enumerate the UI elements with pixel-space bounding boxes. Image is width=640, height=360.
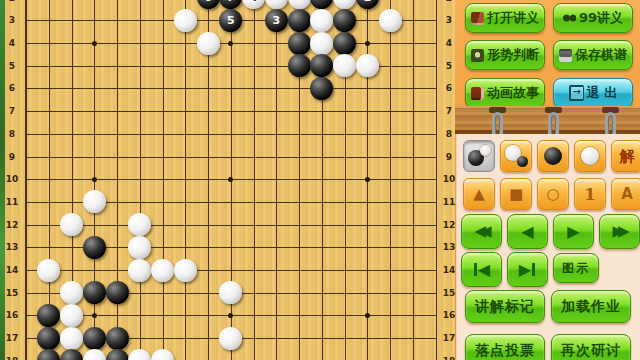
to-end-bar — [532, 263, 535, 276]
white-stone[interactable] — [288, 0, 311, 9]
black-stone-move-3[interactable]: 3 — [265, 9, 288, 32]
button-99讲义[interactable]: 99讲义 — [553, 3, 633, 33]
row-label: 6 — [4, 83, 20, 93]
grid-vline — [163, 0, 164, 360]
black-stone[interactable] — [288, 54, 311, 77]
row-label: 4 — [441, 38, 455, 48]
row-label: 13 — [441, 242, 455, 252]
row-label: 17 — [441, 333, 455, 343]
tool-alternate-black-first[interactable] — [463, 140, 495, 172]
white-stone[interactable] — [310, 9, 333, 32]
black-stone-move-1[interactable]: 1 — [356, 0, 379, 9]
fast-forward-icon: ▶▶ — [615, 224, 623, 239]
marker-triangle[interactable]: ▲ — [463, 178, 495, 210]
star-point — [228, 41, 233, 46]
grid-vline — [117, 0, 118, 360]
to-end-icon: ▶ — [519, 262, 531, 278]
grid-vline — [185, 0, 186, 360]
star-point — [365, 41, 370, 46]
row-label: 10 — [4, 174, 20, 184]
row-label: 12 — [4, 220, 20, 230]
white-stone[interactable] — [333, 0, 356, 9]
control-panel: 打开讲义99讲义形势判断保存棋谱动画故事→退 出 解▲■○1A◀◀◀▶▶▶◀▶图… — [455, 0, 640, 360]
row-label: 6 — [441, 83, 455, 93]
grid-vline — [254, 0, 255, 360]
grid-vline — [413, 0, 414, 360]
grid-vline — [436, 0, 437, 360]
tool-black-stone[interactable] — [537, 140, 569, 172]
tool-answer[interactable]: 解 — [611, 140, 640, 172]
row-label: 16 — [441, 310, 455, 320]
white-stone[interactable] — [174, 9, 197, 32]
row-label: 12 — [441, 220, 455, 230]
white-stone[interactable] — [83, 349, 106, 360]
tool-alternate-white-first[interactable] — [500, 140, 532, 172]
go-board[interactable]: 23456789101112131415161718 2345678910111… — [0, 0, 455, 360]
star-point — [92, 313, 97, 318]
marker-glyph: ▲ — [473, 185, 485, 203]
marker-circle[interactable]: ○ — [537, 178, 569, 210]
white-stone[interactable] — [60, 281, 83, 304]
row-label: 14 — [441, 265, 455, 275]
black-stone[interactable] — [60, 349, 83, 360]
row-label: 7 — [441, 106, 455, 116]
open-notes-icon — [471, 12, 484, 25]
show-diagram-button[interactable]: 图示 — [553, 253, 599, 283]
white-stone[interactable] — [174, 259, 197, 282]
row-label: 13 — [4, 242, 20, 252]
black-stone[interactable] — [310, 77, 333, 100]
button-动画故事[interactable]: 动画故事 — [465, 78, 545, 108]
black-stone[interactable] — [106, 327, 129, 350]
white-stone[interactable] — [60, 304, 83, 327]
grid-vline — [390, 0, 391, 360]
action-label: 再次研讨 — [561, 342, 621, 360]
row-label: 5 — [4, 61, 20, 71]
button-再次研讨[interactable]: 再次研讨 — [551, 334, 631, 360]
to-start-icon: ◀ — [478, 262, 490, 278]
white-stone-icon — [480, 145, 491, 156]
row-label: 3 — [4, 15, 20, 25]
row-label: 8 — [441, 129, 455, 139]
marker-glyph: A — [621, 185, 633, 203]
grid-vline — [140, 0, 141, 360]
button-保存棋谱[interactable]: 保存棋谱 — [553, 40, 633, 70]
action-label: 加载作业 — [561, 298, 621, 316]
row-label: 11 — [4, 197, 20, 207]
go-teaching-app: 23456789101112131415161718 2345678910111… — [0, 0, 640, 360]
white-stone[interactable] — [219, 327, 242, 350]
row-label: 2 — [4, 0, 20, 3]
white-stone[interactable] — [310, 32, 333, 55]
black-stone[interactable] — [333, 32, 356, 55]
black-stone[interactable] — [37, 304, 60, 327]
row-label: 8 — [4, 129, 20, 139]
row-label: 18 — [4, 356, 20, 360]
white-stone-move-4[interactable]: 4 — [242, 0, 265, 9]
white-stone[interactable] — [128, 349, 151, 360]
black-stone-move-5[interactable]: 5 — [219, 9, 242, 32]
white-stone[interactable] — [60, 327, 83, 350]
white-stone[interactable] — [265, 0, 288, 9]
marker-glyph: ■ — [509, 185, 523, 203]
button-label: 形势判断 — [487, 46, 539, 64]
white-stone[interactable] — [60, 213, 83, 236]
button-打开讲义[interactable]: 打开讲义 — [465, 3, 545, 33]
black-stone[interactable] — [83, 327, 106, 350]
fast-rewind-button[interactable]: ◀◀ — [461, 214, 502, 249]
white-stone[interactable] — [333, 54, 356, 77]
row-label: 15 — [441, 288, 455, 298]
black-stone[interactable] — [106, 349, 129, 360]
star-point — [228, 177, 233, 182]
black-stone[interactable] — [288, 32, 311, 55]
black-stone[interactable] — [83, 236, 106, 259]
black-stone[interactable] — [106, 281, 129, 304]
row-label: 18 — [441, 356, 455, 360]
white-stone[interactable] — [128, 213, 151, 236]
action-label: 落点投票 — [475, 342, 535, 360]
row-label: 9 — [441, 152, 455, 162]
tool-page: 解▲■○1A◀◀◀▶▶▶◀▶图示讲解标记加载作业落点投票再次研讨 — [456, 134, 640, 360]
star-point — [228, 313, 233, 318]
row-label: 3 — [441, 15, 455, 25]
white-stone[interactable] — [151, 259, 174, 282]
white-stone[interactable] — [356, 54, 379, 77]
white-stone[interactable] — [151, 349, 174, 360]
marker-number[interactable]: 1 — [574, 178, 606, 210]
star-point — [92, 177, 97, 182]
black-stone-icon — [517, 156, 528, 167]
row-label: 7 — [4, 106, 20, 116]
row-label: 4 — [4, 38, 20, 48]
button-label: 退 出 — [587, 84, 618, 102]
answer-label: 解 — [620, 147, 635, 166]
glasses-icon — [563, 13, 576, 23]
white-stone[interactable] — [37, 259, 60, 282]
row-label: 15 — [4, 288, 20, 298]
button-形势判断[interactable]: 形势判断 — [465, 40, 545, 70]
star-point — [92, 41, 97, 46]
grid-vline — [25, 0, 27, 360]
row-label: 17 — [4, 333, 20, 343]
show-diagram-label: 图示 — [562, 260, 590, 277]
white-stone[interactable] — [379, 9, 402, 32]
fast-rewind-icon: ◀◀ — [477, 224, 485, 239]
step-back-icon: ◀ — [521, 224, 533, 240]
step-back-button[interactable]: ◀ — [507, 214, 548, 249]
white-stone[interactable] — [128, 236, 151, 259]
button-label: 动画故事 — [487, 84, 539, 102]
to-start-bar — [474, 263, 477, 276]
button-label: 保存棋谱 — [575, 46, 627, 64]
black-stone[interactable] — [37, 327, 60, 350]
row-label: 14 — [4, 265, 20, 275]
marker-glyph: ○ — [546, 185, 559, 203]
black-stone[interactable] — [333, 9, 356, 32]
save-disk-icon — [559, 49, 572, 62]
button-label: 99讲义 — [579, 9, 623, 27]
grid-vline — [276, 0, 277, 360]
button-讲解标记[interactable]: 讲解标记 — [465, 290, 545, 323]
black-stone[interactable] — [310, 0, 333, 9]
fast-forward-button[interactable]: ▶▶ — [599, 214, 640, 249]
row-label: 11 — [441, 197, 455, 207]
star-point — [365, 177, 370, 182]
row-label: 9 — [4, 152, 20, 162]
exit-door-icon: → — [569, 85, 584, 101]
black-stone[interactable] — [310, 54, 333, 77]
black-stone[interactable] — [83, 281, 106, 304]
judge-icon — [471, 49, 484, 62]
step-forward-icon: ▶ — [567, 224, 579, 240]
black-stone[interactable] — [288, 9, 311, 32]
button-加载作业[interactable]: 加载作业 — [551, 290, 631, 323]
marker-square[interactable]: ■ — [500, 178, 532, 210]
to-end-button[interactable]: ▶ — [507, 252, 548, 287]
button-label: 打开讲义 — [487, 9, 539, 27]
white-stone[interactable] — [128, 259, 151, 282]
star-point — [365, 313, 370, 318]
button-落点投票[interactable]: 落点投票 — [465, 334, 545, 360]
marker-glyph: 1 — [584, 184, 596, 204]
white-stone[interactable] — [83, 190, 106, 213]
row-label: 10 — [441, 174, 455, 184]
white-stone[interactable] — [219, 281, 242, 304]
to-start-button[interactable]: ◀ — [461, 252, 502, 287]
black-stone-move-6[interactable]: 6 — [197, 0, 220, 9]
row-label: 2 — [441, 0, 455, 3]
black-stone-move-7[interactable]: 7 — [219, 0, 242, 9]
step-forward-button[interactable]: ▶ — [553, 214, 594, 249]
button-退出[interactable]: →退 出 — [553, 78, 633, 108]
black-stone[interactable] — [37, 349, 60, 360]
black-stone-icon — [544, 147, 562, 165]
tool-white-stone[interactable] — [574, 140, 606, 172]
white-stone-icon — [581, 147, 599, 165]
row-label: 5 — [441, 61, 455, 71]
action-label: 讲解标记 — [475, 298, 535, 316]
row-label: 16 — [4, 310, 20, 320]
marker-letter[interactable]: A — [611, 178, 640, 210]
white-stone[interactable] — [197, 32, 220, 55]
story-book-icon — [471, 87, 484, 100]
